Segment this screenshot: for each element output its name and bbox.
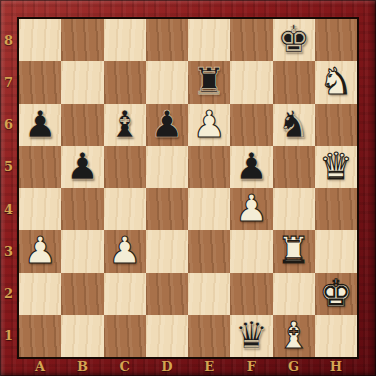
rank-labels: 87654321 [0,19,17,357]
square-h1[interactable] [315,315,357,357]
piece-black-knight[interactable]: ♞ [273,104,315,146]
piece-black-queen[interactable]: ♛ [230,315,272,357]
square-g6[interactable]: ♞ [273,104,315,146]
square-g3[interactable]: ♜ [273,230,315,272]
square-h3[interactable] [315,230,357,272]
piece-white-rook[interactable]: ♜ [273,230,315,272]
square-f1[interactable]: ♛ [230,315,272,357]
square-b6[interactable] [61,104,103,146]
square-g2[interactable] [273,273,315,315]
square-a2[interactable] [19,273,61,315]
file-label-f: F [230,357,272,376]
square-c7[interactable] [104,61,146,103]
piece-black-pawn[interactable]: ♟ [19,104,61,146]
square-d5[interactable] [146,146,188,188]
piece-black-pawn[interactable]: ♟ [146,104,188,146]
file-label-a: A [19,357,61,376]
square-h2[interactable]: ♚ [315,273,357,315]
square-f5[interactable]: ♟ [230,146,272,188]
piece-white-queen[interactable]: ♛ [315,146,357,188]
chessboard-widget: 87654321 ABCDEFGH ♚♜♞♟♝♟♟♞♟♟♛♟♟♟♜♚♛♝ [0,0,376,376]
square-c3[interactable]: ♟ [104,230,146,272]
square-e8[interactable] [188,19,230,61]
square-e7[interactable]: ♜ [188,61,230,103]
square-d3[interactable] [146,230,188,272]
square-d7[interactable] [146,61,188,103]
square-g5[interactable] [273,146,315,188]
square-b7[interactable] [61,61,103,103]
square-f3[interactable] [230,230,272,272]
piece-black-rook[interactable]: ♜ [188,61,230,103]
square-c5[interactable] [104,146,146,188]
piece-black-pawn[interactable]: ♟ [230,146,272,188]
square-b5[interactable]: ♟ [61,146,103,188]
square-b4[interactable] [61,188,103,230]
square-g4[interactable] [273,188,315,230]
rank-label-5: 5 [0,146,17,188]
square-e2[interactable] [188,273,230,315]
file-label-b: B [61,357,103,376]
square-g1[interactable]: ♝ [273,315,315,357]
piece-white-pawn[interactable]: ♟ [230,188,272,230]
square-f8[interactable] [230,19,272,61]
file-label-h: H [315,357,357,376]
file-label-g: G [273,357,315,376]
square-g7[interactable] [273,61,315,103]
piece-black-king[interactable]: ♚ [273,19,315,61]
square-f6[interactable] [230,104,272,146]
square-f7[interactable] [230,61,272,103]
square-b3[interactable] [61,230,103,272]
piece-white-knight[interactable]: ♞ [315,61,357,103]
square-e3[interactable] [188,230,230,272]
rank-label-4: 4 [0,188,17,230]
piece-white-bishop[interactable]: ♝ [273,315,315,357]
piece-white-king[interactable]: ♚ [315,273,357,315]
square-h5[interactable]: ♛ [315,146,357,188]
square-a6[interactable]: ♟ [19,104,61,146]
piece-white-pawn[interactable]: ♟ [188,104,230,146]
rank-label-1: 1 [0,315,17,357]
file-label-d: D [146,357,188,376]
piece-white-pawn[interactable]: ♟ [19,230,61,272]
square-c6[interactable]: ♝ [104,104,146,146]
square-b1[interactable] [61,315,103,357]
rank-label-8: 8 [0,19,17,61]
rank-label-2: 2 [0,273,17,315]
square-b2[interactable] [61,273,103,315]
file-label-e: E [188,357,230,376]
file-labels: ABCDEFGH [19,357,357,376]
square-d2[interactable] [146,273,188,315]
square-e6[interactable]: ♟ [188,104,230,146]
square-h7[interactable]: ♞ [315,61,357,103]
square-d6[interactable]: ♟ [146,104,188,146]
piece-black-pawn[interactable]: ♟ [61,146,103,188]
square-a4[interactable] [19,188,61,230]
square-f2[interactable] [230,273,272,315]
piece-black-bishop[interactable]: ♝ [104,104,146,146]
square-e4[interactable] [188,188,230,230]
square-e5[interactable] [188,146,230,188]
square-e1[interactable] [188,315,230,357]
square-h4[interactable] [315,188,357,230]
square-a5[interactable] [19,146,61,188]
square-h8[interactable] [315,19,357,61]
square-a7[interactable] [19,61,61,103]
square-c1[interactable] [104,315,146,357]
square-d8[interactable] [146,19,188,61]
square-b8[interactable] [61,19,103,61]
square-c8[interactable] [104,19,146,61]
square-f4[interactable]: ♟ [230,188,272,230]
square-a3[interactable]: ♟ [19,230,61,272]
square-a8[interactable] [19,19,61,61]
rank-label-3: 3 [0,230,17,272]
rank-label-6: 6 [0,104,17,146]
chess-board: ♚♜♞♟♝♟♟♞♟♟♛♟♟♟♜♚♛♝ [17,17,359,359]
square-d4[interactable] [146,188,188,230]
square-a1[interactable] [19,315,61,357]
square-h6[interactable] [315,104,357,146]
square-c2[interactable] [104,273,146,315]
square-g8[interactable]: ♚ [273,19,315,61]
file-label-c: C [104,357,146,376]
rank-label-7: 7 [0,61,17,103]
piece-white-pawn[interactable]: ♟ [104,230,146,272]
square-d1[interactable] [146,315,188,357]
square-c4[interactable] [104,188,146,230]
